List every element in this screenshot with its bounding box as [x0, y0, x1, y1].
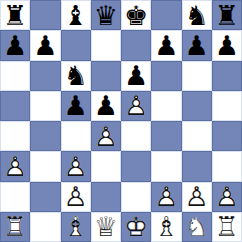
piece-fill-layer: ♝: [61, 212, 91, 242]
piece-fill-layer: ♟: [121, 61, 151, 91]
square-b8[interactable]: [30, 0, 60, 30]
square-c2[interactable]: ♟♙: [61, 182, 91, 212]
white-pawn-icon[interactable]: ♟♙: [91, 121, 121, 151]
piece-outline-layer: ♙: [121, 91, 151, 121]
piece-outline-layer: ♙: [91, 121, 121, 151]
square-g8[interactable]: ♞: [182, 0, 212, 30]
piece-fill-layer: ♚: [121, 212, 151, 242]
square-g4[interactable]: [182, 121, 212, 151]
square-g1[interactable]: ♞♘: [182, 212, 212, 242]
black-pawn-icon[interactable]: ♟: [182, 30, 212, 60]
piece-fill-layer: ♟: [0, 30, 30, 60]
square-b2[interactable]: [30, 182, 60, 212]
square-a2[interactable]: [0, 182, 30, 212]
black-pawn-icon[interactable]: ♟: [151, 30, 181, 60]
white-bishop-icon[interactable]: ♝♗: [61, 212, 91, 242]
square-c1[interactable]: ♝♗: [61, 212, 91, 242]
square-f6[interactable]: [151, 61, 181, 91]
piece-fill-layer: ♝: [151, 212, 181, 242]
square-g7[interactable]: ♟: [182, 30, 212, 60]
square-a8[interactable]: ♜: [0, 0, 30, 30]
square-a4[interactable]: [0, 121, 30, 151]
square-b7[interactable]: ♟: [30, 30, 60, 60]
white-bishop-icon[interactable]: ♝♗: [151, 212, 181, 242]
white-pawn-icon[interactable]: ♟♙: [151, 182, 181, 212]
square-a3[interactable]: ♟♙: [0, 151, 30, 181]
square-c8[interactable]: ♝: [61, 0, 91, 30]
piece-fill-layer: ♟: [151, 30, 181, 60]
piece-outline-layer: ♙: [0, 151, 30, 181]
square-a7[interactable]: ♟: [0, 30, 30, 60]
square-c7[interactable]: [61, 30, 91, 60]
white-pawn-icon[interactable]: ♟♙: [212, 182, 242, 212]
piece-outline-layer: ♔: [121, 212, 151, 242]
piece-fill-layer: ♟: [182, 182, 212, 212]
piece-outline-layer: ♖: [212, 212, 242, 242]
square-e4[interactable]: [121, 121, 151, 151]
black-rook-icon[interactable]: ♜: [212, 0, 242, 30]
piece-fill-layer: ♛: [91, 0, 121, 30]
piece-fill-layer: ♟: [212, 182, 242, 212]
square-h2[interactable]: ♟♙: [212, 182, 242, 212]
square-g3[interactable]: [182, 151, 212, 181]
piece-outline-layer: ♙: [61, 151, 91, 181]
square-f8[interactable]: [151, 0, 181, 30]
square-h1[interactable]: ♜♖: [212, 212, 242, 242]
piece-fill-layer: ♛: [91, 212, 121, 242]
black-pawn-icon[interactable]: ♟: [212, 30, 242, 60]
black-queen-icon[interactable]: ♛: [91, 0, 121, 30]
square-c4[interactable]: [61, 121, 91, 151]
black-knight-icon[interactable]: ♞: [61, 61, 91, 91]
square-f2[interactable]: ♟♙: [151, 182, 181, 212]
square-f5[interactable]: [151, 91, 181, 121]
piece-fill-layer: ♟: [61, 91, 91, 121]
piece-outline-layer: ♕: [91, 212, 121, 242]
square-f3[interactable]: [151, 151, 181, 181]
piece-fill-layer: ♜: [0, 212, 30, 242]
piece-outline-layer: ♗: [151, 212, 181, 242]
black-pawn-icon[interactable]: ♟: [61, 91, 91, 121]
square-h5[interactable]: [212, 91, 242, 121]
piece-outline-layer: ♖: [0, 212, 30, 242]
square-d2[interactable]: [91, 182, 121, 212]
piece-fill-layer: ♜: [0, 0, 30, 30]
square-e1[interactable]: ♚♔: [121, 212, 151, 242]
square-c6[interactable]: ♞: [61, 61, 91, 91]
piece-fill-layer: ♞: [182, 0, 212, 30]
piece-fill-layer: ♟: [0, 151, 30, 181]
piece-fill-layer: ♜: [212, 0, 242, 30]
square-g2[interactable]: ♟♙: [182, 182, 212, 212]
square-a6[interactable]: [0, 61, 30, 91]
square-e8[interactable]: ♚: [121, 0, 151, 30]
square-d1[interactable]: ♛♕: [91, 212, 121, 242]
square-d5[interactable]: ♟: [91, 91, 121, 121]
piece-fill-layer: ♟: [212, 30, 242, 60]
square-f4[interactable]: [151, 121, 181, 151]
piece-fill-layer: ♞: [61, 61, 91, 91]
square-b1[interactable]: [30, 212, 60, 242]
square-e6[interactable]: ♟: [121, 61, 151, 91]
square-d6[interactable]: [91, 61, 121, 91]
square-d8[interactable]: ♛: [91, 0, 121, 30]
black-king-icon[interactable]: ♚: [121, 0, 151, 30]
white-pawn-icon[interactable]: ♟♙: [61, 182, 91, 212]
piece-fill-layer: ♟: [61, 151, 91, 181]
white-queen-icon[interactable]: ♛♕: [91, 212, 121, 242]
square-h4[interactable]: [212, 121, 242, 151]
square-c3[interactable]: ♟♙: [61, 151, 91, 181]
square-c5[interactable]: ♟: [61, 91, 91, 121]
piece-outline-layer: ♙: [212, 182, 242, 212]
white-king-icon[interactable]: ♚♔: [121, 212, 151, 242]
square-b5[interactable]: [30, 91, 60, 121]
chess-board: ♜♝♛♚♞♜♟♟♟♟♟♞♟♟♟♟♙♟♙♟♙♟♙♟♙♟♙♟♙♟♙♜♖♝♗♛♕♚♔♝…: [0, 0, 242, 242]
square-e7[interactable]: [121, 30, 151, 60]
square-h8[interactable]: ♜: [212, 0, 242, 30]
piece-fill-layer: ♚: [121, 0, 151, 30]
square-b3[interactable]: [30, 151, 60, 181]
square-e5[interactable]: ♟♙: [121, 91, 151, 121]
piece-outline-layer: ♙: [151, 182, 181, 212]
black-pawn-icon[interactable]: ♟: [91, 91, 121, 121]
white-rook-icon[interactable]: ♜♖: [212, 212, 242, 242]
square-e2[interactable]: [121, 182, 151, 212]
white-pawn-icon[interactable]: ♟♙: [0, 151, 30, 181]
black-pawn-icon[interactable]: ♟: [0, 30, 30, 60]
square-a1[interactable]: ♜♖: [0, 212, 30, 242]
square-f7[interactable]: ♟: [151, 30, 181, 60]
piece-fill-layer: ♟: [91, 121, 121, 151]
square-a5[interactable]: [0, 91, 30, 121]
black-pawn-icon[interactable]: ♟: [30, 30, 60, 60]
square-e3[interactable]: [121, 151, 151, 181]
piece-fill-layer: ♟: [151, 182, 181, 212]
piece-fill-layer: ♜: [212, 212, 242, 242]
square-g5[interactable]: [182, 91, 212, 121]
square-h7[interactable]: ♟: [212, 30, 242, 60]
piece-outline-layer: ♘: [182, 212, 212, 242]
piece-fill-layer: ♟: [121, 91, 151, 121]
white-pawn-icon[interactable]: ♟♙: [61, 151, 91, 181]
square-g6[interactable]: [182, 61, 212, 91]
square-b6[interactable]: [30, 61, 60, 91]
square-d4[interactable]: ♟♙: [91, 121, 121, 151]
piece-fill-layer: ♝: [61, 0, 91, 30]
black-rook-icon[interactable]: ♜: [0, 0, 30, 30]
white-pawn-icon[interactable]: ♟♙: [121, 91, 151, 121]
square-d7[interactable]: [91, 30, 121, 60]
piece-outline-layer: ♙: [61, 182, 91, 212]
piece-fill-layer: ♞: [182, 212, 212, 242]
square-h6[interactable]: [212, 61, 242, 91]
black-bishop-icon[interactable]: ♝: [61, 0, 91, 30]
white-rook-icon[interactable]: ♜♖: [0, 212, 30, 242]
piece-fill-layer: ♟: [61, 182, 91, 212]
square-h3[interactable]: [212, 151, 242, 181]
piece-outline-layer: ♗: [61, 212, 91, 242]
black-knight-icon[interactable]: ♞: [182, 0, 212, 30]
piece-outline-layer: ♙: [182, 182, 212, 212]
piece-fill-layer: ♟: [182, 30, 212, 60]
white-knight-icon[interactable]: ♞♘: [182, 212, 212, 242]
square-f1[interactable]: ♝♗: [151, 212, 181, 242]
piece-fill-layer: ♟: [30, 30, 60, 60]
white-pawn-icon[interactable]: ♟♙: [182, 182, 212, 212]
piece-fill-layer: ♟: [91, 91, 121, 121]
square-d3[interactable]: [91, 151, 121, 181]
square-b4[interactable]: [30, 121, 60, 151]
black-pawn-icon[interactable]: ♟: [121, 61, 151, 91]
